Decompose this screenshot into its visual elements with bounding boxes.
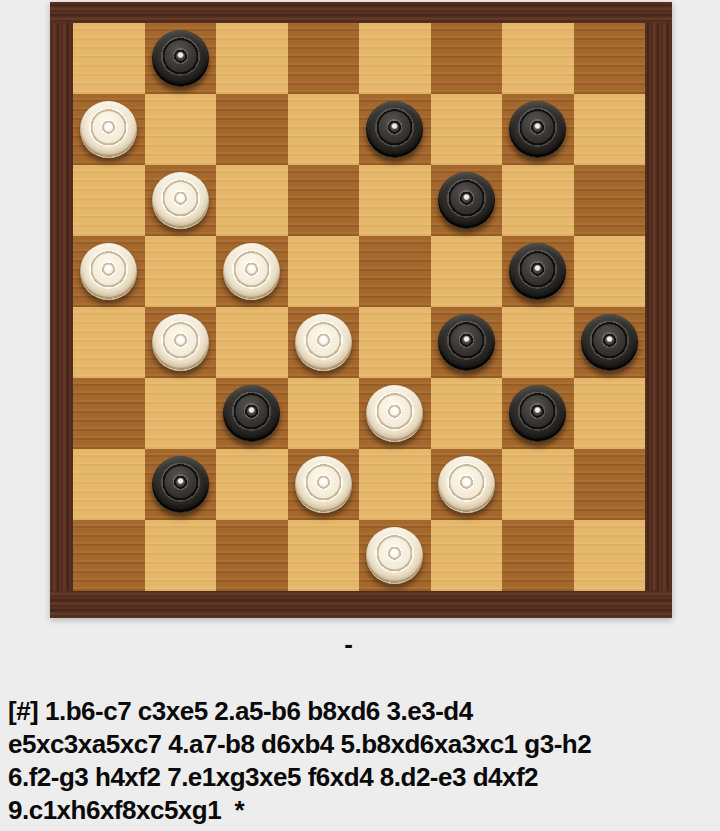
checkers-board (50, 2, 672, 618)
square-f7[interactable] (431, 94, 503, 165)
square-a8[interactable] (73, 23, 145, 94)
black-man-f4[interactable] (438, 314, 495, 371)
square-g2[interactable] (502, 449, 574, 520)
square-g7[interactable] (502, 94, 574, 165)
square-g3[interactable] (502, 378, 574, 449)
square-f5[interactable] (431, 236, 503, 307)
board-frame-top (50, 2, 672, 23)
white-man-b6[interactable] (152, 172, 209, 229)
square-d4[interactable] (288, 307, 360, 378)
screen: - [#] 1.b6-c7 c3xe5 2.a5-b6 b8xd6 3.e3-d… (0, 0, 720, 831)
square-a1[interactable] (73, 520, 145, 591)
square-d7[interactable] (288, 94, 360, 165)
square-d3[interactable] (288, 378, 360, 449)
square-d1[interactable] (288, 520, 360, 591)
square-a7[interactable] (73, 94, 145, 165)
square-f1[interactable] (431, 520, 503, 591)
square-a4[interactable] (73, 307, 145, 378)
white-man-e3[interactable] (366, 385, 423, 442)
movetext-line-2: e5xc3xa5xc7 4.a7-b8 d6xb4 5.b8xd6xa3xc1 … (8, 728, 720, 761)
square-f4[interactable] (431, 307, 503, 378)
square-d5[interactable] (288, 236, 360, 307)
square-c2[interactable] (216, 449, 288, 520)
black-man-g5[interactable] (509, 243, 566, 300)
square-h8[interactable] (574, 23, 646, 94)
white-man-c5[interactable] (223, 243, 280, 300)
square-b6[interactable] (145, 165, 217, 236)
black-man-g7[interactable] (509, 101, 566, 158)
square-f2[interactable] (431, 449, 503, 520)
white-man-d4[interactable] (295, 314, 352, 371)
square-g4[interactable] (502, 307, 574, 378)
black-man-f6[interactable] (438, 172, 495, 229)
square-a3[interactable] (73, 378, 145, 449)
square-d6[interactable] (288, 165, 360, 236)
square-h6[interactable] (574, 165, 646, 236)
black-man-g3[interactable] (509, 385, 566, 442)
square-a6[interactable] (73, 165, 145, 236)
square-c4[interactable] (216, 307, 288, 378)
square-b7[interactable] (145, 94, 217, 165)
movetext-line-1: [#] 1.b6-c7 c3xe5 2.a5-b6 b8xd6 3.e3-d4 (8, 695, 720, 728)
square-b8[interactable] (145, 23, 217, 94)
square-d8[interactable] (288, 23, 360, 94)
square-g5[interactable] (502, 236, 574, 307)
black-man-b2[interactable] (152, 456, 209, 513)
black-man-e7[interactable] (366, 101, 423, 158)
white-man-d2[interactable] (295, 456, 352, 513)
square-e7[interactable] (359, 94, 431, 165)
square-h7[interactable] (574, 94, 646, 165)
square-g8[interactable] (502, 23, 574, 94)
square-e4[interactable] (359, 307, 431, 378)
square-h5[interactable] (574, 236, 646, 307)
white-man-f2[interactable] (438, 456, 495, 513)
white-man-e1[interactable] (366, 527, 423, 584)
movetext-line-3: 6.f2-g3 h4xf2 7.e1xg3xe5 f6xd4 8.d2-e3 d… (8, 761, 720, 794)
square-h1[interactable] (574, 520, 646, 591)
board-frame-bottom (50, 591, 672, 618)
square-f3[interactable] (431, 378, 503, 449)
white-man-b4[interactable] (152, 314, 209, 371)
square-h2[interactable] (574, 449, 646, 520)
white-man-a5[interactable] (80, 243, 137, 300)
white-man-a7[interactable] (80, 101, 137, 158)
square-e1[interactable] (359, 520, 431, 591)
square-g6[interactable] (502, 165, 574, 236)
black-man-b8[interactable] (152, 30, 209, 87)
square-b2[interactable] (145, 449, 217, 520)
square-d2[interactable] (288, 449, 360, 520)
square-e8[interactable] (359, 23, 431, 94)
movetext: [#] 1.b6-c7 c3xe5 2.a5-b6 b8xd6 3.e3-d4 … (8, 695, 720, 827)
board-grid (73, 23, 645, 591)
square-e6[interactable] (359, 165, 431, 236)
square-f6[interactable] (431, 165, 503, 236)
square-b3[interactable] (145, 378, 217, 449)
square-e2[interactable] (359, 449, 431, 520)
square-c7[interactable] (216, 94, 288, 165)
result-separator-dash: - (50, 631, 647, 657)
square-c6[interactable] (216, 165, 288, 236)
square-a2[interactable] (73, 449, 145, 520)
square-b4[interactable] (145, 307, 217, 378)
square-c8[interactable] (216, 23, 288, 94)
square-g1[interactable] (502, 520, 574, 591)
movetext-line-4: 9.c1xh6xf8xc5xg1 * (8, 794, 720, 827)
square-c3[interactable] (216, 378, 288, 449)
square-b5[interactable] (145, 236, 217, 307)
black-man-c3[interactable] (223, 385, 280, 442)
square-c1[interactable] (216, 520, 288, 591)
square-h4[interactable] (574, 307, 646, 378)
square-e5[interactable] (359, 236, 431, 307)
black-man-h4[interactable] (581, 314, 638, 371)
square-c5[interactable] (216, 236, 288, 307)
square-e3[interactable] (359, 378, 431, 449)
square-h3[interactable] (574, 378, 646, 449)
square-a5[interactable] (73, 236, 145, 307)
square-b1[interactable] (145, 520, 217, 591)
square-f8[interactable] (431, 23, 503, 94)
